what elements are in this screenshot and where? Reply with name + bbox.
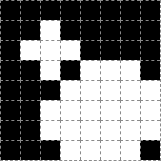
- cell-r8c3-filled[interactable]: [40, 140, 60, 160]
- cell-r6c8-empty[interactable]: [140, 100, 160, 120]
- cell-r7c5-empty[interactable]: [80, 120, 100, 140]
- cell-r1c3-filled[interactable]: [40, 0, 60, 20]
- cell-r4c6-empty[interactable]: [100, 60, 120, 80]
- cell-r3c2-empty[interactable]: [20, 40, 40, 60]
- cell-r3c1-filled[interactable]: [0, 40, 20, 60]
- cell-r5c3-filled[interactable]: [40, 80, 60, 100]
- cell-r5c7-empty[interactable]: [120, 80, 140, 100]
- cell-r8c8-filled[interactable]: [140, 140, 160, 160]
- cell-r3c8-filled[interactable]: [140, 40, 160, 60]
- cell-r6c7-empty[interactable]: [120, 100, 140, 120]
- cell-r2c2-filled[interactable]: [20, 20, 40, 40]
- cell-r7c1-filled[interactable]: [0, 120, 20, 140]
- cell-r1c2-filled[interactable]: [20, 0, 40, 20]
- cell-r2c3-empty[interactable]: [40, 20, 60, 40]
- cell-r7c2-filled[interactable]: [20, 120, 40, 140]
- cell-r5c4-empty[interactable]: [60, 80, 80, 100]
- cell-r6c1-filled[interactable]: [0, 100, 20, 120]
- cell-r8c2-filled[interactable]: [20, 140, 40, 160]
- cell-r6c5-empty[interactable]: [80, 100, 100, 120]
- cell-r5c2-filled[interactable]: [20, 80, 40, 100]
- cell-r2c8-filled[interactable]: [140, 20, 160, 40]
- cell-r8c1-filled[interactable]: [0, 140, 20, 160]
- cell-r6c6-empty[interactable]: [100, 100, 120, 120]
- cell-r6c4-empty[interactable]: [60, 100, 80, 120]
- cell-r4c1-filled[interactable]: [0, 60, 20, 80]
- cell-r7c3-empty[interactable]: [40, 120, 60, 140]
- cell-r8c5-empty[interactable]: [80, 140, 100, 160]
- cell-r4c2-filled[interactable]: [20, 60, 40, 80]
- cell-r1c7-filled[interactable]: [120, 0, 140, 20]
- cell-r8c7-empty[interactable]: [120, 140, 140, 160]
- cell-r4c7-empty[interactable]: [120, 60, 140, 80]
- cell-r3c4-empty[interactable]: [60, 40, 80, 60]
- cell-r8c6-empty[interactable]: [100, 140, 120, 160]
- cell-r3c5-filled[interactable]: [80, 40, 100, 60]
- cell-r4c8-filled[interactable]: [140, 60, 160, 80]
- cell-r4c5-empty[interactable]: [80, 60, 100, 80]
- cell-r5c8-empty[interactable]: [140, 80, 160, 100]
- cell-r4c3-empty[interactable]: [40, 60, 60, 80]
- cell-r1c1-filled[interactable]: [0, 0, 20, 20]
- cell-r2c6-filled[interactable]: [100, 20, 120, 40]
- cell-r7c4-empty[interactable]: [60, 120, 80, 140]
- cell-r5c6-empty[interactable]: [100, 80, 120, 100]
- cell-r2c7-filled[interactable]: [120, 20, 140, 40]
- nonogram-board: [0, 0, 161, 161]
- cell-r5c1-filled[interactable]: [0, 80, 20, 100]
- cell-r1c5-filled[interactable]: [80, 0, 100, 20]
- cell-r6c3-empty[interactable]: [40, 100, 60, 120]
- cell-r1c6-filled[interactable]: [100, 0, 120, 20]
- cell-r2c5-filled[interactable]: [80, 20, 100, 40]
- cell-r8c4-empty[interactable]: [60, 140, 80, 160]
- cell-r6c2-filled[interactable]: [20, 100, 40, 120]
- cell-r3c3-empty[interactable]: [40, 40, 60, 60]
- cell-r4c4-filled[interactable]: [60, 60, 80, 80]
- cell-r1c8-filled[interactable]: [140, 0, 160, 20]
- cell-r5c5-empty[interactable]: [80, 80, 100, 100]
- cell-r7c7-empty[interactable]: [120, 120, 140, 140]
- cell-r7c8-empty[interactable]: [140, 120, 160, 140]
- cell-r2c1-filled[interactable]: [0, 20, 20, 40]
- cell-r3c6-filled[interactable]: [100, 40, 120, 60]
- cell-r7c6-empty[interactable]: [100, 120, 120, 140]
- cell-r1c4-filled[interactable]: [60, 0, 80, 20]
- cell-r3c7-filled[interactable]: [120, 40, 140, 60]
- cell-r2c4-filled[interactable]: [60, 20, 80, 40]
